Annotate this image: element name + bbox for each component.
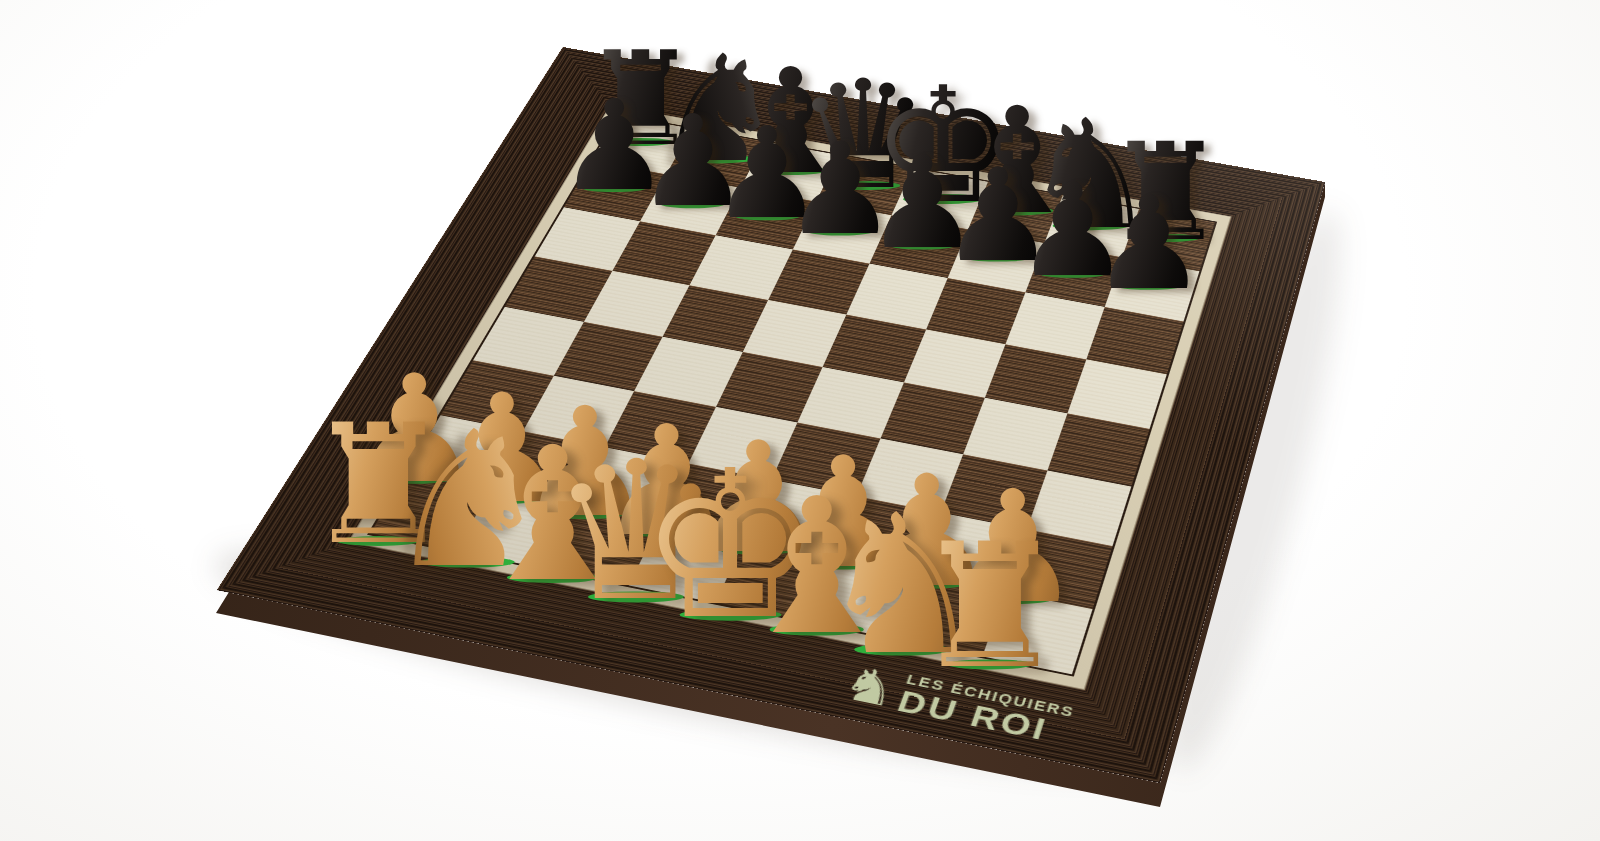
pawn-glyph: ♟ xyxy=(865,139,980,267)
felt-base xyxy=(903,194,983,204)
felt-base xyxy=(681,154,755,163)
felt-base xyxy=(1117,283,1182,291)
piece-white-pawn-b2: ♟ xyxy=(435,374,569,524)
bishop-glyph: ♝ xyxy=(470,423,636,608)
felt-base xyxy=(377,475,452,484)
pieces-layer: ♜♞♝♛♚♝♞♜♟♟♟♟♟♟♟♟♟♟♟♟♟♟♟♟♜♞♝♛♚♝♞♜ xyxy=(0,0,1600,841)
piece-black-rook-a8: ♜ xyxy=(582,34,699,164)
piece-white-pawn-c2: ♟ xyxy=(517,388,652,539)
pawn-glyph: ♟ xyxy=(435,374,569,524)
felt-base xyxy=(1040,270,1105,278)
piece-black-pawn-d7: ♟ xyxy=(783,126,897,253)
felt-base xyxy=(1053,222,1129,231)
piece-black-pawn-f7: ♟ xyxy=(940,151,1055,279)
piece-white-pawn-d2: ♟ xyxy=(598,406,734,558)
felt-base xyxy=(583,184,646,192)
felt-base xyxy=(825,181,900,190)
felt-base xyxy=(628,529,704,538)
pawn-glyph: ♟ xyxy=(347,355,481,504)
piece-white-knight-g1: ♞ xyxy=(816,488,989,681)
king-glyph: ♚ xyxy=(639,444,822,648)
felt-base xyxy=(947,659,1033,669)
felt-base xyxy=(770,624,864,635)
felt-base xyxy=(608,138,673,146)
pawn-glyph: ♟ xyxy=(711,111,824,237)
felt-base xyxy=(890,242,954,250)
felt-base xyxy=(1132,234,1200,242)
felt-base xyxy=(754,166,827,175)
queen-glyph: ♛ xyxy=(550,437,722,629)
felt-base xyxy=(464,495,539,504)
pawn-glyph: ♟ xyxy=(775,437,912,590)
piece-white-bishop-c1: ♝ xyxy=(470,423,636,608)
knight-glyph: ♞ xyxy=(652,36,784,183)
piece-black-pawn-a7: ♟ xyxy=(558,83,670,208)
piece-white-king-e1: ♚ xyxy=(639,444,822,648)
pawn-glyph: ♟ xyxy=(783,126,897,253)
king-glyph: ♚ xyxy=(871,66,1014,226)
pawn-glyph: ♟ xyxy=(598,406,734,558)
felt-base xyxy=(720,545,797,554)
piece-black-bishop-c8: ♝ xyxy=(726,49,856,194)
rook-glyph: ♜ xyxy=(913,521,1067,693)
felt-base xyxy=(888,579,965,588)
pawn-glyph: ♟ xyxy=(517,388,652,539)
knight-glyph: ♞ xyxy=(816,488,989,681)
piece-black-pawn-h7: ♟ xyxy=(1091,179,1207,308)
rook-glyph: ♜ xyxy=(1105,125,1226,260)
piece-white-queen-d1: ♛ xyxy=(550,437,722,629)
felt-base xyxy=(661,201,724,209)
piece-black-pawn-e7: ♟ xyxy=(865,139,980,267)
felt-base xyxy=(805,560,882,569)
felt-base xyxy=(980,206,1054,215)
felt-base xyxy=(679,608,781,620)
piece-white-pawn-e2: ♟ xyxy=(690,422,827,575)
pawn-glyph: ♟ xyxy=(1091,179,1207,308)
pawn-glyph: ♟ xyxy=(558,83,670,208)
rook-glyph: ♜ xyxy=(582,34,699,164)
felt-base xyxy=(854,644,951,656)
felt-base xyxy=(808,228,872,236)
pawn-glyph: ♟ xyxy=(858,455,996,609)
piece-black-king-e8: ♚ xyxy=(871,66,1014,226)
felt-base xyxy=(421,557,515,568)
rook-glyph: ♜ xyxy=(304,403,452,568)
bishop-glyph: ♝ xyxy=(951,88,1083,235)
piece-black-rook-h8: ♜ xyxy=(1105,125,1226,260)
piece-black-queen-d8: ♛ xyxy=(795,60,929,210)
piece-white-pawn-a2: ♟ xyxy=(347,355,481,504)
piece-black-pawn-c7: ♟ xyxy=(711,111,824,237)
felt-base xyxy=(974,594,1052,603)
pawn-glyph: ♟ xyxy=(690,422,827,575)
piece-white-knight-b1: ♞ xyxy=(384,405,553,593)
piece-white-pawn-h2: ♟ xyxy=(943,470,1082,625)
pawn-glyph: ♟ xyxy=(943,470,1082,625)
pawn-glyph: ♟ xyxy=(636,99,749,225)
piece-white-bishop-f1: ♝ xyxy=(732,472,901,660)
piece-black-knight-g8: ♞ xyxy=(1023,100,1158,251)
bishop-glyph: ♝ xyxy=(732,472,901,660)
piece-black-pawn-g7: ♟ xyxy=(1015,166,1131,295)
felt-base xyxy=(547,510,623,519)
piece-white-pawn-f2: ♟ xyxy=(775,437,912,590)
felt-base xyxy=(337,536,420,546)
felt-base xyxy=(588,591,684,603)
pawn-glyph: ♟ xyxy=(1015,166,1131,295)
piece-white-pawn-g2: ♟ xyxy=(858,455,996,609)
bishop-glyph: ♝ xyxy=(726,49,856,194)
knight-glyph: ♞ xyxy=(384,405,553,593)
piece-black-knight-b8: ♞ xyxy=(652,36,784,183)
piece-black-pawn-b7: ♟ xyxy=(636,99,749,225)
queen-glyph: ♛ xyxy=(795,60,929,210)
felt-base xyxy=(966,254,1030,262)
felt-base xyxy=(507,572,600,583)
felt-base xyxy=(736,213,799,221)
piece-white-rook-a1: ♜ xyxy=(304,403,452,568)
piece-black-bishop-f8: ♝ xyxy=(951,88,1083,235)
pawn-glyph: ♟ xyxy=(940,151,1055,279)
knight-glyph: ♞ xyxy=(1023,100,1158,251)
piece-white-rook-h1: ♜ xyxy=(913,521,1067,693)
product-photo-scene: ♞ LES ÉCHIQUIERS DU ROI ♜♞♝♛♚♝♞♜♟♟♟♟♟♟♟♟… xyxy=(0,0,1600,841)
